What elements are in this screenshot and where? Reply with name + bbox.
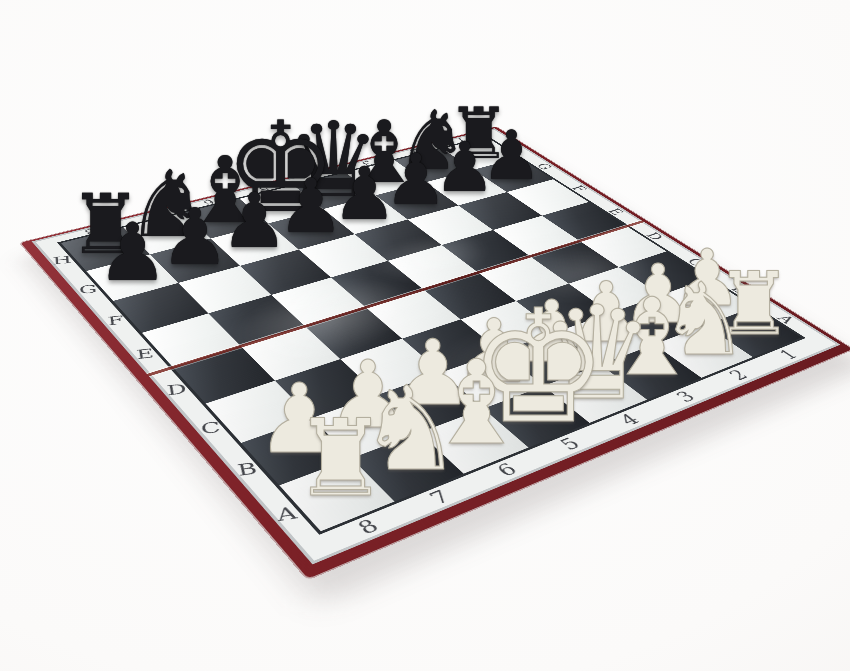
photo-background: HH88GG77FF66EE55DD44CC33BB22AA11 ♜♞♝♚♛♝♞… — [0, 0, 850, 671]
chessboard-case: HH88GG77FF66EE55DD44CC33BB22AA11 — [21, 127, 850, 579]
board-surface — [32, 128, 841, 564]
board-grid — [57, 136, 806, 535]
